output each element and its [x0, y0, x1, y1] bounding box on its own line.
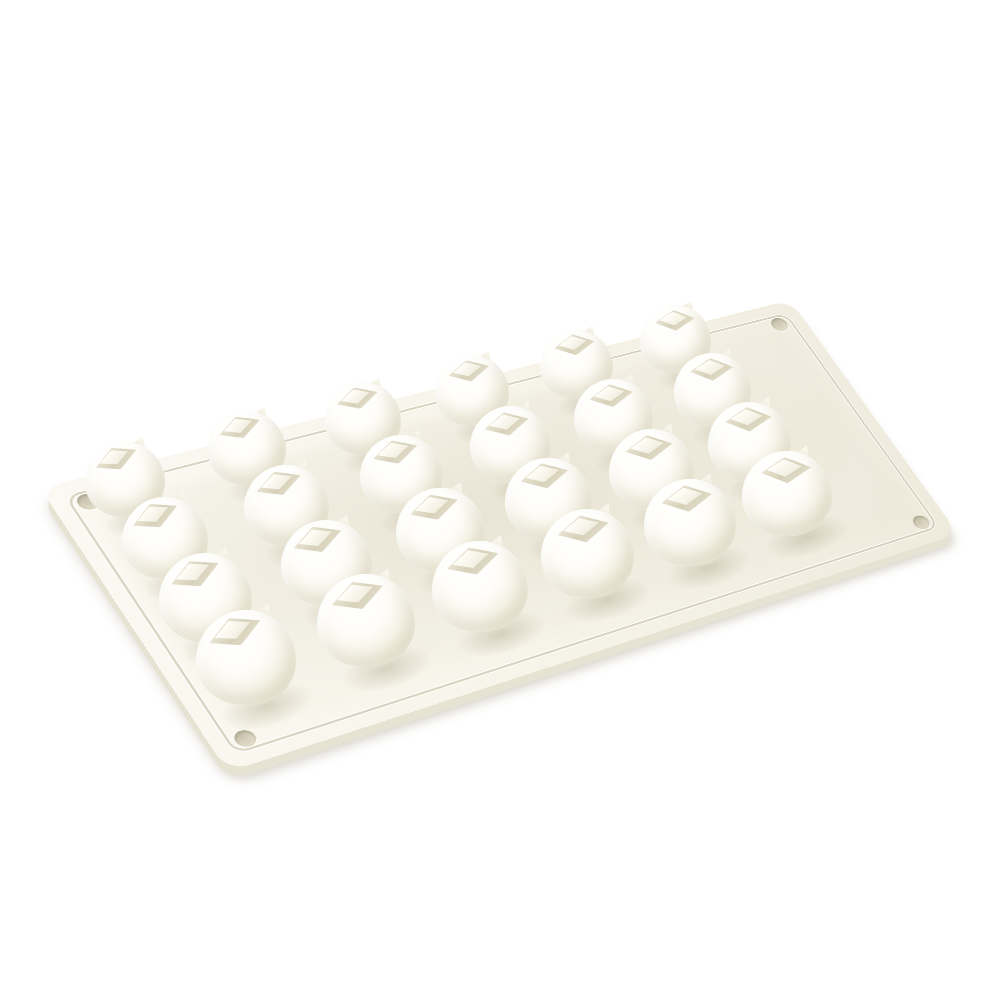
- stem-recess: [446, 356, 492, 387]
- stem-recess: [554, 510, 611, 549]
- stem-recess: [204, 606, 267, 656]
- dome-surface: [742, 451, 832, 536]
- stem-recess-inner-face: [339, 386, 372, 409]
- stem-recess-inner-face: [561, 514, 601, 540]
- stem-recess-inner-face: [730, 408, 764, 428]
- stem-recess-inner-face: [451, 359, 483, 380]
- stem-recess-inner-face: [593, 384, 626, 404]
- stem-recess-inner-face: [97, 444, 132, 471]
- stem-recess-inner-face: [172, 556, 213, 587]
- stem-recess-inner-face: [376, 438, 412, 463]
- stem-recess: [91, 439, 141, 478]
- stem-recess-inner-face: [557, 334, 587, 353]
- stem-recess-inner-face: [487, 410, 521, 433]
- stem-recess: [166, 550, 225, 596]
- stem-recess: [659, 481, 714, 516]
- stem-recess: [443, 540, 503, 583]
- stem-recess: [689, 356, 735, 383]
- stem-recess-inner-face: [334, 578, 377, 609]
- stem-recess: [724, 405, 773, 435]
- product-photo: Overhead angled product photo of a white…: [0, 0, 1000, 1000]
- mold-cavity-dome: [196, 610, 296, 705]
- stem-recess-inner-face: [666, 485, 704, 509]
- stem-recess: [623, 431, 674, 464]
- stem-recess-inner-face: [659, 310, 688, 327]
- stem-recess-inner-face: [211, 613, 255, 647]
- mold-cavity-dome: [432, 541, 528, 632]
- stem-recess-inner-face: [629, 434, 665, 456]
- stem-recess: [289, 518, 346, 561]
- stem-recess-inner-face: [258, 468, 295, 495]
- stem-recess-inner-face: [524, 462, 561, 486]
- stem-recess-inner-face: [413, 491, 451, 518]
- stem-recess: [252, 463, 305, 503]
- stem-recess: [370, 434, 421, 471]
- stem-recess: [760, 454, 813, 486]
- stem-recess-inner-face: [296, 523, 336, 552]
- dome-surface: [644, 479, 736, 566]
- mold-cavity-dome: [644, 479, 736, 566]
- dome-surface: [317, 574, 415, 667]
- stem-recess-inner-face: [766, 457, 803, 478]
- stem-recess-inner-face: [450, 545, 491, 574]
- stem-recess: [406, 487, 461, 527]
- stem-recess: [128, 494, 182, 537]
- mold-cavity-dome: [742, 451, 832, 536]
- stem-recess: [334, 382, 381, 416]
- mold-cavity-dome: [317, 574, 415, 667]
- dome-surface: [432, 541, 528, 632]
- stem-recess: [588, 381, 636, 412]
- cavity-dome-layer: [0, 0, 1000, 1000]
- stem-recess: [654, 308, 696, 333]
- stem-recess: [552, 331, 596, 359]
- stem-recess-inner-face: [134, 500, 172, 529]
- mold-cavity-dome: [541, 509, 635, 598]
- stem-recess: [327, 572, 388, 618]
- dome-surface: [196, 610, 296, 705]
- stem-recess-inner-face: [221, 414, 255, 439]
- stem-recess-inner-face: [694, 359, 726, 377]
- stem-recess: [482, 407, 532, 441]
- stem-recess: [518, 458, 571, 494]
- dome-surface: [541, 509, 635, 598]
- stem-recess: [216, 409, 265, 446]
